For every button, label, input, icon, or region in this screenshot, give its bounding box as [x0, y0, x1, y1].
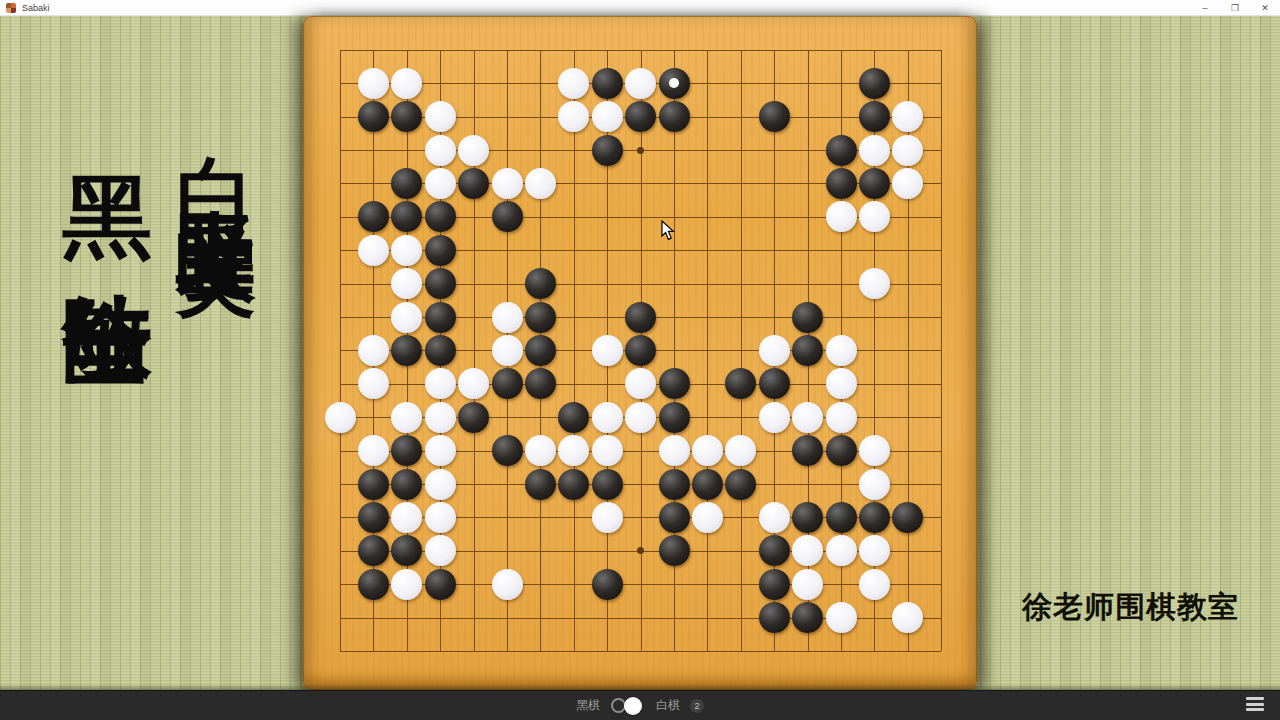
- black-stone: [859, 168, 890, 199]
- white-color-char: 白: [172, 92, 261, 98]
- white-stone: [859, 435, 890, 466]
- black-stone: [358, 101, 389, 132]
- black-stone: [525, 268, 556, 299]
- black-stone: [659, 402, 690, 433]
- black-stone: [525, 335, 556, 366]
- grid-line-v: [741, 50, 742, 651]
- black-stone: [592, 569, 623, 600]
- black-stone: [692, 469, 723, 500]
- black-color-char: 黑: [58, 104, 158, 108]
- star-point: [637, 147, 644, 154]
- go-board[interactable]: [303, 16, 977, 690]
- white-stone: [592, 402, 623, 433]
- white-stone: [358, 335, 389, 366]
- white-stone: [859, 535, 890, 566]
- white-stone: [826, 201, 857, 232]
- white-stone: [425, 502, 456, 533]
- white-stone: [425, 168, 456, 199]
- black-stone: [391, 535, 422, 566]
- black-stone: [759, 535, 790, 566]
- black-stone: [759, 368, 790, 399]
- black-stone: [425, 235, 456, 266]
- white-stone: [859, 569, 890, 600]
- white-stone: [759, 335, 790, 366]
- white-stone: [425, 435, 456, 466]
- white-stone: [792, 535, 823, 566]
- white-stone: [725, 435, 756, 466]
- white-stone: [525, 168, 556, 199]
- black-stone: [425, 201, 456, 232]
- white-stone: [325, 402, 356, 433]
- white-player-name: 上野爱咲美: [172, 144, 261, 174]
- black-stone: [558, 469, 589, 500]
- black-stone: [492, 435, 523, 466]
- white-stone: [425, 535, 456, 566]
- white-stone: [391, 402, 422, 433]
- black-stone: [725, 469, 756, 500]
- black-stone: [625, 335, 656, 366]
- black-stone: [625, 101, 656, 132]
- black-stone: [592, 135, 623, 166]
- black-stone: [759, 569, 790, 600]
- white-stone: [358, 368, 389, 399]
- white-stone: [892, 602, 923, 633]
- turn-toggle[interactable]: [610, 697, 646, 715]
- grid-line-v: [707, 50, 708, 651]
- black-player-label: 黑陆敏全: [47, 104, 169, 232]
- black-stone: [391, 168, 422, 199]
- black-stone: [458, 402, 489, 433]
- grid-line-v: [941, 50, 942, 651]
- grid-line-h: [340, 651, 941, 652]
- status-bar: 黑棋 白棋 2: [0, 690, 1280, 720]
- black-stone: [725, 368, 756, 399]
- white-stone: [859, 201, 890, 232]
- black-stone: [358, 569, 389, 600]
- black-stone: [659, 368, 690, 399]
- white-stone: [391, 268, 422, 299]
- white-stone: [659, 435, 690, 466]
- white-stone: [625, 68, 656, 99]
- black-stone: [792, 435, 823, 466]
- white-stone: [859, 135, 890, 166]
- black-stone: [759, 101, 790, 132]
- white-stone: [592, 101, 623, 132]
- black-stone: [659, 101, 690, 132]
- black-stone: [391, 469, 422, 500]
- black-stone: [525, 469, 556, 500]
- black-stone: [492, 368, 523, 399]
- title-bar: Sabaki – ❐ ✕: [0, 0, 1280, 16]
- black-stone: [425, 268, 456, 299]
- white-stone: [892, 135, 923, 166]
- black-stone: [792, 602, 823, 633]
- tatami-background: 黑陆敏全 白上野爱咲美 徐老师围棋教室: [0, 16, 1280, 690]
- white-stone: [792, 402, 823, 433]
- black-stone: [592, 68, 623, 99]
- black-stone: [358, 535, 389, 566]
- white-stone: [592, 335, 623, 366]
- white-stone: [391, 302, 422, 333]
- white-stone: [692, 502, 723, 533]
- black-stone: [659, 469, 690, 500]
- black-stone: [826, 502, 857, 533]
- white-stone: [759, 502, 790, 533]
- white-stone: [558, 68, 589, 99]
- window-controls: – ❐ ✕: [1190, 0, 1280, 16]
- white-stone: [692, 435, 723, 466]
- black-stone: [592, 469, 623, 500]
- white-stone: [492, 335, 523, 366]
- black-stone: [458, 168, 489, 199]
- white-player-label: 白上野爱咲美: [162, 92, 270, 174]
- black-stone: [792, 502, 823, 533]
- black-stone: [358, 502, 389, 533]
- white-stone: [558, 435, 589, 466]
- black-stone: [826, 168, 857, 199]
- white-stone: [525, 435, 556, 466]
- white-turn-label: 白棋: [656, 697, 680, 714]
- black-stone: [826, 135, 857, 166]
- white-stone: [826, 335, 857, 366]
- white-stone: [492, 302, 523, 333]
- white-capture-badge: 2: [690, 699, 704, 713]
- white-stone: [358, 68, 389, 99]
- white-stone: [826, 602, 857, 633]
- white-stone: [792, 569, 823, 600]
- white-stone: [558, 101, 589, 132]
- black-stone: [425, 335, 456, 366]
- window-title: Sabaki: [22, 3, 50, 13]
- black-stone: [859, 101, 890, 132]
- black-stone: [892, 502, 923, 533]
- black-stone: [625, 302, 656, 333]
- black-stone: [558, 402, 589, 433]
- black-stone: [425, 569, 456, 600]
- white-stone: [759, 402, 790, 433]
- white-stone: [425, 101, 456, 132]
- black-stone: [358, 201, 389, 232]
- black-stone: [859, 68, 890, 99]
- white-stone: [625, 368, 656, 399]
- black-stone: [492, 201, 523, 232]
- white-stone: [592, 435, 623, 466]
- white-stone: [826, 402, 857, 433]
- black-stone: [391, 101, 422, 132]
- white-stone: [892, 101, 923, 132]
- black-stone: [659, 535, 690, 566]
- black-stone: [792, 302, 823, 333]
- black-stone: [525, 368, 556, 399]
- black-stone: [792, 335, 823, 366]
- white-stone: [625, 402, 656, 433]
- white-stone: [425, 368, 456, 399]
- white-stone: [358, 235, 389, 266]
- white-stone: [391, 235, 422, 266]
- black-stone: [425, 302, 456, 333]
- white-stone: [492, 168, 523, 199]
- black-stone: [659, 502, 690, 533]
- white-stone: [826, 535, 857, 566]
- black-stone: [391, 201, 422, 232]
- white-stone: [892, 168, 923, 199]
- white-stone: [458, 135, 489, 166]
- sabaki-app-icon: [6, 3, 16, 13]
- white-stone: [859, 268, 890, 299]
- black-stone: [525, 302, 556, 333]
- minimize-button[interactable]: –: [1190, 0, 1220, 16]
- white-stone: [391, 569, 422, 600]
- black-stone: [391, 435, 422, 466]
- app-window: Sabaki – ❐ ✕ 黑陆敏全 白上野爱咲美 徐老师围棋教室 黑棋 白棋 2: [0, 0, 1280, 720]
- white-stone: [391, 68, 422, 99]
- white-stone: [358, 435, 389, 466]
- star-point: [637, 547, 644, 554]
- close-button[interactable]: ✕: [1250, 0, 1280, 16]
- white-stone: [592, 502, 623, 533]
- white-stone: [826, 368, 857, 399]
- white-stone: [492, 569, 523, 600]
- white-stone: [425, 469, 456, 500]
- black-stone: [358, 469, 389, 500]
- white-stone: [391, 502, 422, 533]
- white-stone: [458, 368, 489, 399]
- white-stone: [425, 135, 456, 166]
- black-stone: [826, 435, 857, 466]
- black-stone: [391, 335, 422, 366]
- white-circle-icon: [624, 697, 642, 715]
- white-stone: [859, 469, 890, 500]
- black-stone: [859, 502, 890, 533]
- white-stone: [425, 402, 456, 433]
- studio-watermark: 徐老师围棋教室: [1022, 587, 1239, 628]
- black-player-name: 陆敏全: [58, 220, 158, 232]
- black-stone: [759, 602, 790, 633]
- maximize-button[interactable]: ❐: [1220, 0, 1250, 16]
- black-turn-label: 黑棋: [576, 697, 600, 714]
- hamburger-menu-icon[interactable]: [1246, 697, 1264, 711]
